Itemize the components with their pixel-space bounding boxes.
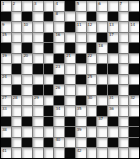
- black-cell: [108, 117, 118, 127]
- black-cell: [97, 64, 107, 74]
- white-cell[interactable]: 31: [108, 96, 118, 106]
- white-cell[interactable]: [76, 85, 86, 95]
- black-cell: [108, 43, 118, 53]
- white-cell[interactable]: [108, 75, 118, 85]
- white-cell[interactable]: [65, 138, 75, 148]
- white-cell[interactable]: [33, 43, 43, 53]
- clue-number: 13: [108, 22, 114, 27]
- clue-number: 9: [1, 22, 4, 27]
- white-cell[interactable]: [97, 12, 107, 22]
- white-cell[interactable]: [33, 12, 43, 22]
- black-cell: [108, 64, 118, 74]
- white-cell[interactable]: [97, 75, 107, 85]
- clue-number: 16: [54, 33, 60, 38]
- white-cell[interactable]: [44, 54, 54, 64]
- white-cell[interactable]: 19: [1, 54, 11, 64]
- white-cell[interactable]: [33, 54, 43, 64]
- white-cell[interactable]: [22, 127, 32, 137]
- white-cell[interactable]: [22, 64, 32, 74]
- white-cell[interactable]: [33, 148, 43, 158]
- black-cell: [65, 117, 75, 127]
- white-cell[interactable]: [76, 43, 86, 53]
- black-cell: [33, 64, 43, 74]
- white-cell[interactable]: [12, 75, 22, 85]
- white-cell[interactable]: 24: [1, 75, 11, 85]
- clue-number: 30: [87, 96, 93, 101]
- white-cell[interactable]: [129, 148, 139, 158]
- white-cell[interactable]: [54, 148, 64, 158]
- black-cell: [108, 12, 118, 22]
- black-cell: [97, 85, 107, 95]
- clue-number: 25: [87, 75, 93, 80]
- black-cell: [44, 33, 54, 43]
- white-cell[interactable]: [76, 117, 86, 127]
- white-cell[interactable]: [119, 12, 129, 22]
- black-cell: [33, 85, 43, 95]
- white-cell[interactable]: 26: [54, 85, 64, 95]
- white-cell[interactable]: [44, 148, 54, 158]
- white-cell[interactable]: [54, 22, 64, 32]
- white-cell[interactable]: [119, 64, 129, 74]
- black-cell: [65, 127, 75, 137]
- white-cell[interactable]: [119, 85, 129, 95]
- white-cell[interactable]: [87, 106, 97, 116]
- clue-number: 5: [76, 1, 79, 6]
- black-cell: [129, 43, 139, 53]
- white-cell[interactable]: [119, 96, 129, 106]
- clue-number: 18: [97, 43, 103, 48]
- black-cell: [76, 96, 86, 106]
- white-cell[interactable]: [54, 127, 64, 137]
- black-cell: [1, 117, 11, 127]
- clue-number: 36: [108, 106, 114, 111]
- white-cell[interactable]: 11: [76, 22, 86, 32]
- white-cell[interactable]: [76, 12, 86, 22]
- white-cell[interactable]: [119, 22, 129, 32]
- black-cell: [1, 43, 11, 53]
- white-cell[interactable]: [1, 85, 11, 95]
- white-cell[interactable]: 38: [1, 127, 11, 137]
- clue-number: 22: [87, 54, 93, 59]
- black-cell: [44, 85, 54, 95]
- black-cell: [87, 12, 97, 22]
- white-cell[interactable]: 29: [33, 96, 43, 106]
- black-cell: [22, 12, 32, 22]
- clue-number: 34: [54, 106, 60, 111]
- white-cell[interactable]: [33, 138, 43, 148]
- white-cell[interactable]: 42: [76, 148, 86, 158]
- white-cell[interactable]: [12, 33, 22, 43]
- black-cell: [108, 85, 118, 95]
- white-cell[interactable]: [12, 117, 22, 127]
- clue-number: 3: [33, 1, 36, 6]
- white-cell[interactable]: 6: [97, 1, 107, 11]
- black-cell: [65, 1, 75, 11]
- white-cell[interactable]: 23: [54, 64, 64, 74]
- white-cell[interactable]: [65, 85, 75, 95]
- clue-number: 42: [76, 148, 82, 153]
- white-cell[interactable]: [87, 127, 97, 137]
- black-cell: [44, 43, 54, 53]
- white-cell[interactable]: [119, 43, 129, 53]
- clue-number: 28: [12, 96, 18, 101]
- white-cell[interactable]: 32: [129, 96, 139, 106]
- crossword-grid: 1234567891011121314151617181920212223242…: [0, 0, 140, 159]
- white-cell[interactable]: 7: [119, 1, 129, 11]
- white-cell[interactable]: [129, 33, 139, 43]
- white-cell[interactable]: [33, 22, 43, 32]
- white-cell[interactable]: [119, 127, 129, 137]
- white-cell[interactable]: 27: [1, 96, 11, 106]
- white-cell[interactable]: [87, 148, 97, 158]
- black-cell: [108, 138, 118, 148]
- white-cell[interactable]: [97, 127, 107, 137]
- white-cell[interactable]: 18: [97, 43, 107, 53]
- white-cell[interactable]: 10: [22, 22, 32, 32]
- white-cell[interactable]: 15: [1, 33, 11, 43]
- black-cell: [76, 54, 86, 64]
- clue-number: 21: [65, 54, 71, 59]
- white-cell[interactable]: 16: [54, 33, 64, 43]
- white-cell[interactable]: 20: [22, 54, 32, 64]
- black-cell: [129, 12, 139, 22]
- white-cell[interactable]: [97, 22, 107, 32]
- clue-number: 41: [1, 148, 7, 153]
- clue-number: 7: [119, 1, 122, 6]
- white-cell[interactable]: [44, 1, 54, 11]
- white-cell[interactable]: 34: [54, 106, 64, 116]
- black-cell: [44, 138, 54, 148]
- white-cell[interactable]: [87, 85, 97, 95]
- black-cell: [129, 85, 139, 95]
- white-cell[interactable]: [76, 33, 86, 43]
- clue-number: 15: [1, 33, 7, 38]
- white-cell[interactable]: [44, 75, 54, 85]
- white-cell[interactable]: [97, 148, 107, 158]
- white-cell[interactable]: [97, 138, 107, 148]
- black-cell: [65, 43, 75, 53]
- white-cell[interactable]: 2: [12, 1, 22, 11]
- white-cell[interactable]: 30: [87, 96, 97, 106]
- white-cell[interactable]: [119, 148, 129, 158]
- black-cell: [44, 106, 54, 116]
- white-cell[interactable]: [65, 96, 75, 106]
- black-cell: [54, 75, 64, 85]
- black-cell: [129, 127, 139, 137]
- crossword-page: 1234567891011121314151617181920212223242…: [0, 0, 140, 159]
- white-cell[interactable]: [76, 64, 86, 74]
- white-cell[interactable]: [12, 22, 22, 32]
- white-cell[interactable]: [129, 75, 139, 85]
- black-cell: [22, 117, 32, 127]
- clue-number: 31: [108, 96, 114, 101]
- white-cell[interactable]: [22, 148, 32, 158]
- white-cell[interactable]: 13: [108, 22, 118, 32]
- white-cell[interactable]: 25: [87, 75, 97, 85]
- white-cell[interactable]: [108, 127, 118, 137]
- black-cell: [22, 138, 32, 148]
- black-cell: [1, 138, 11, 148]
- black-cell: [12, 64, 22, 74]
- white-cell[interactable]: 41: [1, 148, 11, 158]
- clue-number: 1: [1, 1, 4, 6]
- white-cell[interactable]: [12, 54, 22, 64]
- black-cell: [129, 117, 139, 127]
- white-cell[interactable]: 1: [1, 1, 11, 11]
- white-cell[interactable]: [33, 117, 43, 127]
- white-cell[interactable]: [129, 106, 139, 116]
- white-cell[interactable]: 39: [76, 127, 86, 137]
- white-cell[interactable]: [33, 33, 43, 43]
- white-cell[interactable]: [119, 138, 129, 148]
- clue-number: 32: [129, 96, 135, 101]
- white-cell[interactable]: [119, 75, 129, 85]
- clue-number: 40: [54, 138, 60, 143]
- black-cell: [22, 43, 32, 53]
- white-cell[interactable]: [22, 96, 32, 106]
- black-cell: [54, 54, 64, 64]
- white-cell[interactable]: 36: [108, 106, 118, 116]
- clue-number: 10: [22, 22, 28, 27]
- white-cell[interactable]: [12, 127, 22, 137]
- white-cell[interactable]: 12: [87, 22, 97, 32]
- white-cell[interactable]: [65, 64, 75, 74]
- clue-number: 17: [108, 33, 114, 38]
- white-cell[interactable]: [65, 75, 75, 85]
- white-cell[interactable]: 37: [97, 117, 107, 127]
- clue-number: 39: [76, 127, 82, 132]
- black-cell: [65, 22, 75, 32]
- white-cell[interactable]: [76, 138, 86, 148]
- black-cell: [44, 12, 54, 22]
- clue-number: 14: [129, 22, 135, 27]
- white-cell[interactable]: [12, 43, 22, 53]
- black-cell: [76, 75, 86, 85]
- clue-number: 20: [22, 54, 28, 59]
- white-cell[interactable]: [12, 106, 22, 116]
- white-cell[interactable]: [119, 54, 129, 64]
- clue-number: 37: [97, 117, 103, 122]
- white-cell[interactable]: 14: [129, 22, 139, 32]
- white-cell[interactable]: [65, 106, 75, 116]
- white-cell[interactable]: [65, 33, 75, 43]
- white-cell[interactable]: 17: [108, 33, 118, 43]
- white-cell[interactable]: 9: [1, 22, 11, 32]
- white-cell[interactable]: [33, 127, 43, 137]
- clue-number: 6: [97, 1, 100, 6]
- white-cell[interactable]: [129, 54, 139, 64]
- black-cell: [44, 64, 54, 74]
- white-cell[interactable]: 33: [1, 106, 11, 116]
- white-cell[interactable]: [44, 96, 54, 106]
- black-cell: [12, 85, 22, 95]
- clue-number: 4: [54, 1, 57, 6]
- black-cell: [44, 117, 54, 127]
- clue-number: 35: [76, 106, 82, 111]
- white-cell[interactable]: [33, 106, 43, 116]
- white-cell[interactable]: [108, 54, 118, 64]
- clue-number: 23: [54, 64, 60, 69]
- black-cell: [129, 138, 139, 148]
- white-cell[interactable]: [44, 22, 54, 32]
- white-cell[interactable]: [65, 12, 75, 22]
- white-cell[interactable]: 28: [12, 96, 22, 106]
- white-cell[interactable]: [22, 75, 32, 85]
- white-cell[interactable]: [119, 117, 129, 127]
- black-cell: [87, 117, 97, 127]
- white-cell[interactable]: [12, 148, 22, 158]
- black-cell: [87, 43, 97, 53]
- white-cell[interactable]: [119, 106, 129, 116]
- white-cell[interactable]: [119, 33, 129, 43]
- black-cell: [87, 138, 97, 148]
- black-cell: [65, 148, 75, 158]
- white-cell[interactable]: [22, 33, 32, 43]
- white-cell[interactable]: 35: [76, 106, 86, 116]
- white-cell[interactable]: [108, 1, 118, 11]
- white-cell[interactable]: 8: [54, 12, 64, 22]
- white-cell[interactable]: [12, 12, 22, 22]
- clue-number: 33: [1, 106, 7, 111]
- clue-number: 19: [1, 54, 7, 59]
- clue-number: 27: [1, 96, 7, 101]
- clue-number: 8: [54, 12, 57, 17]
- clue-number: 24: [1, 75, 7, 80]
- white-cell[interactable]: [54, 117, 64, 127]
- clue-number: 11: [76, 22, 82, 27]
- clue-number: 2: [12, 1, 15, 6]
- black-cell: [1, 12, 11, 22]
- white-cell[interactable]: 5: [76, 1, 86, 11]
- clue-number: 12: [87, 22, 93, 27]
- white-cell[interactable]: [22, 85, 32, 95]
- clue-number: 29: [33, 96, 39, 101]
- white-cell[interactable]: [108, 148, 118, 158]
- black-cell: [97, 106, 107, 116]
- white-cell[interactable]: [1, 64, 11, 74]
- white-cell[interactable]: [44, 127, 54, 137]
- white-cell[interactable]: [87, 64, 97, 74]
- white-cell[interactable]: [129, 1, 139, 11]
- white-cell[interactable]: [87, 33, 97, 43]
- white-cell[interactable]: [33, 75, 43, 85]
- white-cell[interactable]: [54, 43, 64, 53]
- clue-number: 26: [54, 85, 60, 90]
- black-cell: [97, 33, 107, 43]
- white-cell[interactable]: 22: [87, 54, 97, 64]
- white-cell[interactable]: [12, 138, 22, 148]
- white-cell[interactable]: [22, 106, 32, 116]
- white-cell[interactable]: 40: [54, 138, 64, 148]
- white-cell[interactable]: [22, 1, 32, 11]
- black-cell: [129, 64, 139, 74]
- white-cell[interactable]: [97, 54, 107, 64]
- clue-number: 38: [1, 127, 7, 132]
- white-cell[interactable]: [87, 1, 97, 11]
- white-cell[interactable]: [97, 96, 107, 106]
- white-cell[interactable]: 21: [65, 54, 75, 64]
- white-cell[interactable]: 4: [54, 1, 64, 11]
- black-cell: [54, 96, 64, 106]
- white-cell[interactable]: 3: [33, 1, 43, 11]
